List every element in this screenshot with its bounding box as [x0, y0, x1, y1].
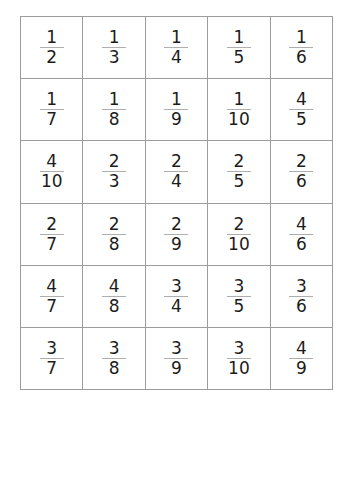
- numerator: 1: [109, 30, 120, 45]
- fraction-card: 47: [21, 266, 82, 327]
- denominator: 2: [46, 50, 57, 65]
- fraction-card: 29: [146, 204, 207, 265]
- numerator: 3: [233, 341, 244, 356]
- denominator: 7: [46, 361, 57, 376]
- denominator: 8: [109, 237, 120, 252]
- fraction-card: 23: [83, 141, 144, 202]
- fraction-card: 24: [146, 141, 207, 202]
- fraction-card: 16: [271, 17, 332, 78]
- denominator: 6: [296, 50, 307, 65]
- numerator: 2: [233, 217, 244, 232]
- denominator: 6: [296, 237, 307, 252]
- numerator: 4: [109, 279, 120, 294]
- denominator: 10: [228, 361, 250, 376]
- denominator: 10: [228, 237, 250, 252]
- numerator: 1: [296, 30, 307, 45]
- denominator: 10: [228, 112, 250, 127]
- denominator: 9: [171, 112, 182, 127]
- fraction-card: 14: [146, 17, 207, 78]
- fraction-card: 26: [271, 141, 332, 202]
- fraction-card: 46: [271, 204, 332, 265]
- fraction-card: 34: [146, 266, 207, 327]
- denominator: 9: [171, 237, 182, 252]
- fraction-card: 27: [21, 204, 82, 265]
- numerator: 2: [296, 154, 307, 169]
- numerator: 3: [46, 341, 57, 356]
- fraction-card: 18: [83, 79, 144, 140]
- denominator: 8: [109, 361, 120, 376]
- numerator: 2: [109, 154, 120, 169]
- denominator: 7: [46, 237, 57, 252]
- numerator: 3: [171, 279, 182, 294]
- numerator: 1: [109, 92, 120, 107]
- numerator: 1: [46, 92, 57, 107]
- numerator: 1: [46, 30, 57, 45]
- numerator: 2: [171, 217, 182, 232]
- fraction-card: 17: [21, 79, 82, 140]
- denominator: 7: [46, 112, 57, 127]
- fraction-card: 48: [83, 266, 144, 327]
- fraction-card: 38: [83, 328, 144, 389]
- denominator: 3: [109, 50, 120, 65]
- fraction-card: 12: [21, 17, 82, 78]
- denominator: 3: [109, 174, 120, 189]
- numerator: 1: [233, 30, 244, 45]
- denominator: 8: [109, 299, 120, 314]
- fraction-card: 25: [208, 141, 269, 202]
- denominator: 9: [171, 361, 182, 376]
- fraction-card: 13: [83, 17, 144, 78]
- denominator: 7: [46, 299, 57, 314]
- denominator: 5: [233, 299, 244, 314]
- numerator: 4: [296, 92, 307, 107]
- fraction-card: 45: [271, 79, 332, 140]
- numerator: 3: [171, 341, 182, 356]
- numerator: 3: [233, 279, 244, 294]
- numerator: 1: [233, 92, 244, 107]
- fraction-card: 37: [21, 328, 82, 389]
- fraction-card: 35: [208, 266, 269, 327]
- denominator: 9: [296, 361, 307, 376]
- denominator: 4: [171, 50, 182, 65]
- denominator: 5: [233, 50, 244, 65]
- numerator: 3: [109, 341, 120, 356]
- fraction-card: 110: [208, 79, 269, 140]
- fraction-card: 310: [208, 328, 269, 389]
- numerator: 3: [296, 279, 307, 294]
- denominator: 4: [171, 299, 182, 314]
- fraction-card: 19: [146, 79, 207, 140]
- numerator: 2: [109, 217, 120, 232]
- numerator: 4: [46, 154, 57, 169]
- denominator: 5: [233, 174, 244, 189]
- fraction-card: 410: [21, 141, 82, 202]
- fraction-card: 36: [271, 266, 332, 327]
- numerator: 4: [46, 279, 57, 294]
- fraction-card: 210: [208, 204, 269, 265]
- numerator: 2: [46, 217, 57, 232]
- denominator: 6: [296, 174, 307, 189]
- fraction-card: 28: [83, 204, 144, 265]
- denominator: 5: [296, 112, 307, 127]
- numerator: 2: [171, 154, 182, 169]
- numerator: 2: [233, 154, 244, 169]
- fraction-grid: 1213141516171819110454102324252627282921…: [20, 16, 333, 390]
- fraction-card: 39: [146, 328, 207, 389]
- numerator: 1: [171, 92, 182, 107]
- denominator: 8: [109, 112, 120, 127]
- denominator: 6: [296, 299, 307, 314]
- denominator: 10: [41, 174, 63, 189]
- numerator: 4: [296, 217, 307, 232]
- fraction-card: 49: [271, 328, 332, 389]
- fraction-card: 15: [208, 17, 269, 78]
- numerator: 4: [296, 341, 307, 356]
- denominator: 4: [171, 174, 182, 189]
- numerator: 1: [171, 30, 182, 45]
